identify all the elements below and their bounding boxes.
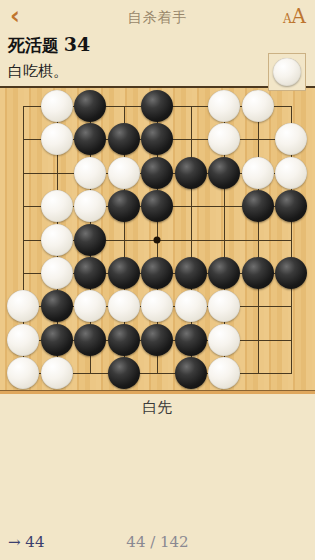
stone-white[interactable] xyxy=(41,257,73,289)
board-caption: 白先 xyxy=(0,398,315,417)
stone-white[interactable] xyxy=(7,324,39,356)
go-board[interactable] xyxy=(0,86,315,394)
stone-white[interactable] xyxy=(141,290,173,322)
stone-white[interactable] xyxy=(208,324,240,356)
stone-white[interactable] xyxy=(74,190,106,222)
font-small-label: A xyxy=(283,12,292,26)
stone-black[interactable] xyxy=(208,157,240,189)
next-player-indicator xyxy=(268,53,306,91)
grid-line-v xyxy=(258,106,259,374)
star-point xyxy=(154,236,161,243)
stone-black[interactable] xyxy=(74,123,106,155)
stone-black[interactable] xyxy=(175,324,207,356)
stone-white[interactable] xyxy=(242,90,274,122)
stone-white[interactable] xyxy=(7,357,39,389)
stone-white[interactable] xyxy=(208,90,240,122)
board-grid[interactable] xyxy=(0,88,315,390)
stone-black[interactable] xyxy=(41,324,73,356)
stone-black[interactable] xyxy=(141,90,173,122)
stone-black[interactable] xyxy=(108,123,140,155)
stone-black[interactable] xyxy=(141,123,173,155)
stone-white[interactable] xyxy=(108,290,140,322)
nav-title: 自杀着手 xyxy=(0,9,315,27)
stone-white[interactable] xyxy=(41,123,73,155)
stone-black[interactable] xyxy=(74,324,106,356)
stone-white[interactable] xyxy=(41,224,73,256)
stone-white[interactable] xyxy=(41,90,73,122)
white-stone-icon xyxy=(273,58,301,86)
progress-indicator: 44 / 142 xyxy=(0,533,315,551)
stone-black[interactable] xyxy=(242,257,274,289)
stone-black[interactable] xyxy=(175,157,207,189)
stone-white[interactable] xyxy=(208,357,240,389)
stone-black[interactable] xyxy=(108,357,140,389)
stone-black[interactable] xyxy=(175,257,207,289)
stone-white[interactable] xyxy=(175,290,207,322)
stone-black[interactable] xyxy=(74,257,106,289)
problem-title: 死活题 34 xyxy=(8,33,90,57)
stone-white[interactable] xyxy=(275,123,307,155)
font-size-button[interactable]: AA xyxy=(283,4,306,31)
stone-black[interactable] xyxy=(242,190,274,222)
stone-white[interactable] xyxy=(208,290,240,322)
stone-black[interactable] xyxy=(108,257,140,289)
stone-black[interactable] xyxy=(208,257,240,289)
footer-bar: → 44 44 / 142 xyxy=(0,533,315,557)
problem-title-text: 死活题 xyxy=(8,36,59,55)
stone-black[interactable] xyxy=(74,224,106,256)
stone-white[interactable] xyxy=(275,157,307,189)
stone-black[interactable] xyxy=(141,190,173,222)
stone-black[interactable] xyxy=(141,324,173,356)
stone-white[interactable] xyxy=(242,157,274,189)
stone-black[interactable] xyxy=(108,190,140,222)
stone-white[interactable] xyxy=(7,290,39,322)
stone-black[interactable] xyxy=(275,190,307,222)
stone-black[interactable] xyxy=(41,290,73,322)
stone-white[interactable] xyxy=(208,123,240,155)
stone-white[interactable] xyxy=(74,290,106,322)
stone-black[interactable] xyxy=(108,324,140,356)
stone-white[interactable] xyxy=(41,190,73,222)
stone-black[interactable] xyxy=(74,90,106,122)
stone-white[interactable] xyxy=(74,157,106,189)
stone-white[interactable] xyxy=(41,357,73,389)
stone-black[interactable] xyxy=(275,257,307,289)
nav-bar: ‹ 自杀着手 AA xyxy=(0,0,315,32)
stone-black[interactable] xyxy=(141,157,173,189)
stone-black[interactable] xyxy=(141,257,173,289)
stone-white[interactable] xyxy=(108,157,140,189)
font-large-label: A xyxy=(292,4,306,28)
stone-black[interactable] xyxy=(175,357,207,389)
board-bottom-edge xyxy=(0,391,315,394)
problem-number: 34 xyxy=(64,33,90,55)
problem-instruction: 白吃棋。 xyxy=(8,62,68,81)
